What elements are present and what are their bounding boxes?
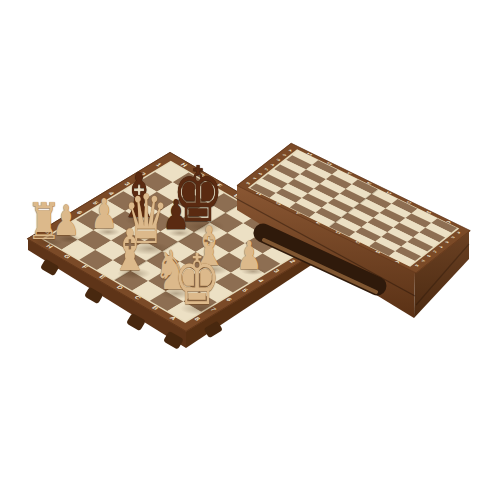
piece-white-rook-h8[interactable]: ♜ xyxy=(27,196,61,247)
piece-white-king-a8[interactable]: ♚ xyxy=(173,245,220,315)
product-photo-chess-cassette: { "game": "chess", "scene": "wooden fold… xyxy=(0,0,500,500)
piece-white-bishop-d8[interactable]: ♝ xyxy=(111,222,149,279)
piece-white-pawn-a4[interactable]: ♟ xyxy=(236,236,262,275)
